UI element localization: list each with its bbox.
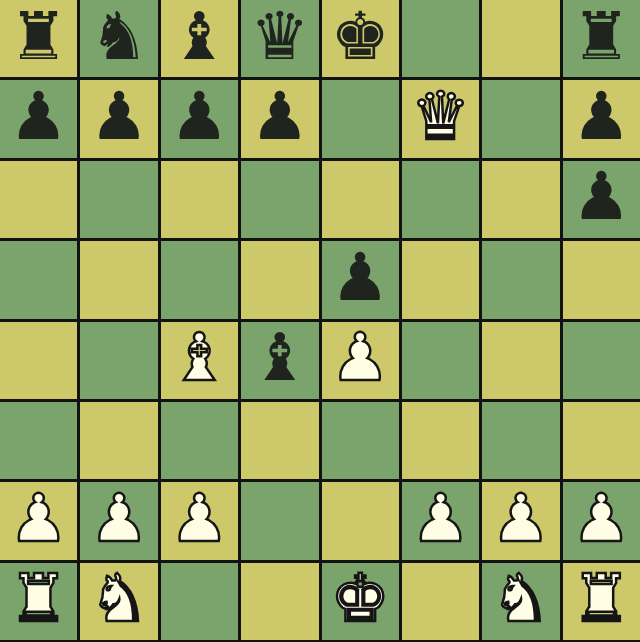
piece-white-pawn-f2[interactable]: ♟ xyxy=(411,486,470,552)
square-f7[interactable]: ♛ xyxy=(402,80,479,157)
square-g4[interactable] xyxy=(482,322,559,399)
square-f4[interactable] xyxy=(402,322,479,399)
square-d1[interactable] xyxy=(241,563,318,640)
square-e2[interactable] xyxy=(322,482,399,559)
square-g1[interactable]: ♞ xyxy=(482,563,559,640)
square-c2[interactable]: ♟ xyxy=(161,482,238,559)
square-g2[interactable]: ♟ xyxy=(482,482,559,559)
piece-black-pawn-a7[interactable]: ♟ xyxy=(9,84,68,150)
square-b4[interactable] xyxy=(80,322,157,399)
square-g7[interactable] xyxy=(482,80,559,157)
piece-black-pawn-b7[interactable]: ♟ xyxy=(89,84,148,150)
square-f8[interactable] xyxy=(402,0,479,77)
square-d5[interactable] xyxy=(241,241,318,318)
square-b2[interactable]: ♟ xyxy=(80,482,157,559)
square-h5[interactable] xyxy=(563,241,640,318)
piece-white-pawn-e4[interactable]: ♟ xyxy=(331,325,390,391)
square-e7[interactable] xyxy=(322,80,399,157)
piece-white-king-e1[interactable]: ♚ xyxy=(331,566,390,632)
square-h3[interactable] xyxy=(563,402,640,479)
chess-board: ♜♞♝♛♚♜♟♟♟♟♛♟♟♟♝♝♟♟♟♟♟♟♟♜♞♚♞♜ xyxy=(0,0,640,642)
square-f3[interactable] xyxy=(402,402,479,479)
square-a2[interactable]: ♟ xyxy=(0,482,77,559)
square-g3[interactable] xyxy=(482,402,559,479)
square-c6[interactable] xyxy=(161,161,238,238)
piece-white-queen-f7[interactable]: ♛ xyxy=(411,84,470,150)
square-h6[interactable]: ♟ xyxy=(563,161,640,238)
square-a6[interactable] xyxy=(0,161,77,238)
piece-white-pawn-c2[interactable]: ♟ xyxy=(170,486,229,552)
square-g5[interactable] xyxy=(482,241,559,318)
square-b7[interactable]: ♟ xyxy=(80,80,157,157)
square-c8[interactable]: ♝ xyxy=(161,0,238,77)
square-b5[interactable] xyxy=(80,241,157,318)
square-d3[interactable] xyxy=(241,402,318,479)
square-a7[interactable]: ♟ xyxy=(0,80,77,157)
square-f2[interactable]: ♟ xyxy=(402,482,479,559)
square-a5[interactable] xyxy=(0,241,77,318)
piece-black-bishop-c8[interactable]: ♝ xyxy=(170,4,229,70)
square-h7[interactable]: ♟ xyxy=(563,80,640,157)
square-d4[interactable]: ♝ xyxy=(241,322,318,399)
square-e1[interactable]: ♚ xyxy=(322,563,399,640)
square-a4[interactable] xyxy=(0,322,77,399)
piece-black-queen-d8[interactable]: ♛ xyxy=(250,4,309,70)
square-f6[interactable] xyxy=(402,161,479,238)
piece-white-rook-a1[interactable]: ♜ xyxy=(9,566,68,632)
piece-white-pawn-h2[interactable]: ♟ xyxy=(572,486,631,552)
piece-black-rook-a8[interactable]: ♜ xyxy=(9,4,68,70)
square-h2[interactable]: ♟ xyxy=(563,482,640,559)
square-f5[interactable] xyxy=(402,241,479,318)
square-e3[interactable] xyxy=(322,402,399,479)
square-c1[interactable] xyxy=(161,563,238,640)
piece-white-rook-h1[interactable]: ♜ xyxy=(572,566,631,632)
piece-black-rook-h8[interactable]: ♜ xyxy=(572,4,631,70)
chess-board-container: ♜♞♝♛♚♜♟♟♟♟♛♟♟♟♝♝♟♟♟♟♟♟♟♜♞♚♞♜ xyxy=(0,0,640,642)
square-e4[interactable]: ♟ xyxy=(322,322,399,399)
square-g6[interactable] xyxy=(482,161,559,238)
square-c4[interactable]: ♝ xyxy=(161,322,238,399)
piece-black-pawn-d7[interactable]: ♟ xyxy=(250,84,309,150)
square-h1[interactable]: ♜ xyxy=(563,563,640,640)
piece-black-pawn-h7[interactable]: ♟ xyxy=(572,84,631,150)
square-c7[interactable]: ♟ xyxy=(161,80,238,157)
piece-black-pawn-c7[interactable]: ♟ xyxy=(170,84,229,150)
square-a8[interactable]: ♜ xyxy=(0,0,77,77)
piece-white-pawn-b2[interactable]: ♟ xyxy=(89,486,148,552)
square-f1[interactable] xyxy=(402,563,479,640)
square-c3[interactable] xyxy=(161,402,238,479)
square-h4[interactable] xyxy=(563,322,640,399)
square-b8[interactable]: ♞ xyxy=(80,0,157,77)
square-h8[interactable]: ♜ xyxy=(563,0,640,77)
piece-black-king-e8[interactable]: ♚ xyxy=(331,4,390,70)
square-e5[interactable]: ♟ xyxy=(322,241,399,318)
square-a1[interactable]: ♜ xyxy=(0,563,77,640)
piece-black-bishop-d4[interactable]: ♝ xyxy=(250,325,309,391)
piece-black-pawn-h6[interactable]: ♟ xyxy=(572,164,631,230)
square-g8[interactable] xyxy=(482,0,559,77)
square-b6[interactable] xyxy=(80,161,157,238)
square-d6[interactable] xyxy=(241,161,318,238)
piece-white-pawn-g2[interactable]: ♟ xyxy=(491,486,550,552)
square-d7[interactable]: ♟ xyxy=(241,80,318,157)
square-b3[interactable] xyxy=(80,402,157,479)
square-c5[interactable] xyxy=(161,241,238,318)
piece-white-pawn-a2[interactable]: ♟ xyxy=(9,486,68,552)
piece-black-knight-b8[interactable]: ♞ xyxy=(89,4,148,70)
square-d2[interactable] xyxy=(241,482,318,559)
square-a3[interactable] xyxy=(0,402,77,479)
piece-white-knight-b1[interactable]: ♞ xyxy=(89,566,148,632)
square-e6[interactable] xyxy=(322,161,399,238)
piece-black-pawn-e5[interactable]: ♟ xyxy=(331,245,390,311)
square-d8[interactable]: ♛ xyxy=(241,0,318,77)
square-e8[interactable]: ♚ xyxy=(322,0,399,77)
piece-white-bishop-c4[interactable]: ♝ xyxy=(170,325,229,391)
piece-white-knight-g1[interactable]: ♞ xyxy=(491,566,550,632)
square-b1[interactable]: ♞ xyxy=(80,563,157,640)
